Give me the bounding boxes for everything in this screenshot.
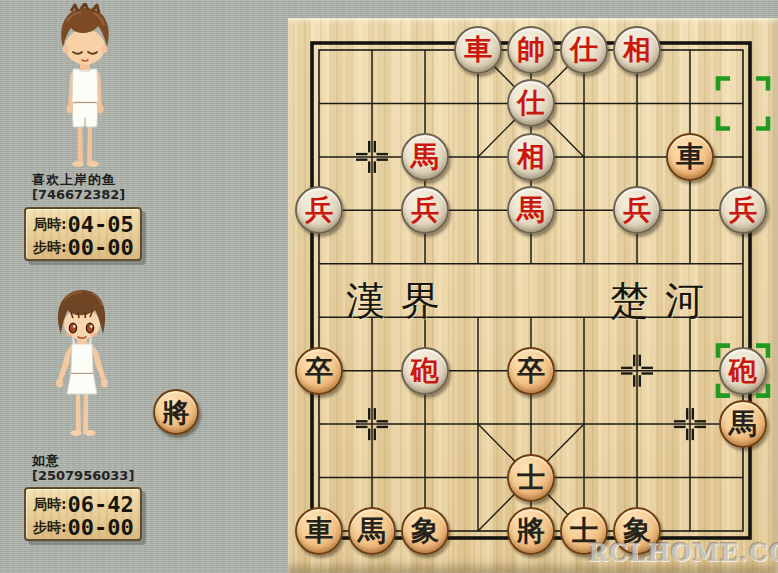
clock-bottom: 局時: 06-42 步時: 00-00 [24,487,142,541]
game-window: 喜欢上岸的鱼 [746672382] 局時: 04-05 步時: 00-00 [0,0,778,573]
move-time-value-top: 00-00 [68,235,134,260]
game-time-value-bottom: 06-42 [68,492,134,517]
clock-top: 局時: 04-05 步時: 00-00 [24,207,142,261]
piece-red-砲[interactable]: 砲 [719,347,767,395]
piece-black-卒[interactable]: 卒 [507,347,555,395]
watermark: RCLHOME.COM [588,538,773,567]
player-avatar-bottom [44,284,120,458]
move-time-value-bottom: 00-00 [68,515,134,540]
player-avatar-top [47,3,123,179]
piece-red-兵[interactable]: 兵 [719,186,767,234]
piece-black-卒[interactable]: 卒 [295,347,343,395]
piece-red-車[interactable]: 車 [454,26,502,74]
piece-black-車[interactable]: 車 [666,133,714,181]
piece-black-馬[interactable]: 馬 [719,400,767,448]
piece-red-兵[interactable]: 兵 [613,186,661,234]
pieces-layer: 車帥仕相仕馬相車兵兵馬兵兵卒砲卒砲馬士車馬象將士象 [288,18,778,573]
player-id-top: [746672382] [32,187,125,202]
game-time-label-top: 局時: [33,216,67,234]
piece-black-馬[interactable]: 馬 [348,507,396,555]
game-time-value-top: 04-05 [68,212,134,237]
move-time-label-top: 步時: [33,239,67,257]
piece-black-象[interactable]: 象 [401,507,449,555]
piece-red-兵[interactable]: 兵 [401,186,449,234]
xiangqi-board[interactable]: 漢界 楚河 車帥仕相仕馬相車兵兵馬兵兵卒砲卒砲馬士車馬象將士象 RCLHOME.… [288,18,778,573]
piece-black-將[interactable]: 將 [507,507,555,555]
piece-red-馬[interactable]: 馬 [401,133,449,181]
piece-red-兵[interactable]: 兵 [295,186,343,234]
piece-black-車[interactable]: 車 [295,507,343,555]
player-id-bottom: [2507956033] [32,468,134,483]
piece-red-仕[interactable]: 仕 [507,79,555,127]
piece-red-馬[interactable]: 馬 [507,186,555,234]
move-time-label-bottom: 步時: [33,519,67,537]
piece-red-相[interactable]: 相 [613,26,661,74]
side-indicator-piece: 將 [153,389,199,435]
piece-red-相[interactable]: 相 [507,133,555,181]
piece-red-砲[interactable]: 砲 [401,347,449,395]
piece-red-帥[interactable]: 帥 [507,26,555,74]
piece-black-士[interactable]: 士 [507,454,555,502]
piece-red-仕[interactable]: 仕 [560,26,608,74]
game-time-label-bottom: 局時: [33,496,67,514]
